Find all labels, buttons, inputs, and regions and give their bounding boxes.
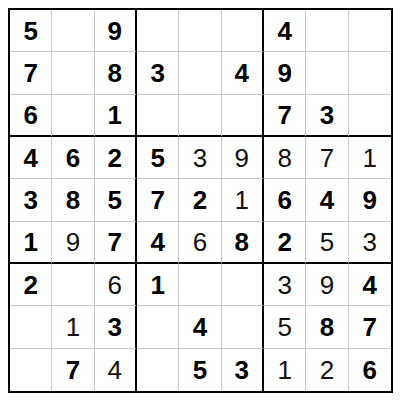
cell-r8c8[interactable]: 8 xyxy=(306,306,348,348)
cell-r4c6[interactable]: 9 xyxy=(222,137,264,179)
cell-r8c1[interactable] xyxy=(10,306,52,348)
cell-r6c6[interactable]: 8 xyxy=(222,222,264,264)
cell-r1c5[interactable] xyxy=(179,10,221,52)
cell-r4c8[interactable]: 7 xyxy=(306,137,348,179)
cell-r3c7[interactable]: 7 xyxy=(264,95,306,137)
cell-r2c3[interactable]: 8 xyxy=(95,52,137,94)
cell-r8c6[interactable] xyxy=(222,306,264,348)
cell-r9c4[interactable] xyxy=(137,349,179,391)
cell-r5c1[interactable]: 3 xyxy=(10,179,52,221)
cell-r2c6[interactable]: 4 xyxy=(222,52,264,94)
cell-r7c2[interactable] xyxy=(52,264,94,306)
cell-r8c5[interactable]: 4 xyxy=(179,306,221,348)
cell-r6c1[interactable]: 1 xyxy=(10,222,52,264)
cell-r5c8[interactable]: 4 xyxy=(306,179,348,221)
cell-r7c7[interactable]: 3 xyxy=(264,264,306,306)
cell-r7c6[interactable] xyxy=(222,264,264,306)
cell-r1c6[interactable] xyxy=(222,10,264,52)
cell-r9c2[interactable]: 7 xyxy=(52,349,94,391)
cell-r9c5[interactable]: 5 xyxy=(179,349,221,391)
cell-r8c3[interactable]: 3 xyxy=(95,306,137,348)
cell-r8c9[interactable]: 7 xyxy=(349,306,391,348)
cell-r2c4[interactable]: 3 xyxy=(137,52,179,94)
cell-r7c8[interactable]: 9 xyxy=(306,264,348,306)
cell-r2c5[interactable] xyxy=(179,52,221,94)
cell-r1c1[interactable]: 5 xyxy=(10,10,52,52)
cell-r7c3[interactable]: 6 xyxy=(95,264,137,306)
cell-r9c9[interactable]: 6 xyxy=(349,349,391,391)
cell-r6c2[interactable]: 9 xyxy=(52,222,94,264)
cell-r2c9[interactable] xyxy=(349,52,391,94)
cell-r5c5[interactable]: 2 xyxy=(179,179,221,221)
cell-r4c9[interactable]: 1 xyxy=(349,137,391,179)
cell-r2c2[interactable] xyxy=(52,52,94,94)
cell-r4c3[interactable]: 2 xyxy=(95,137,137,179)
cell-r5c2[interactable]: 8 xyxy=(52,179,94,221)
cell-r5c7[interactable]: 6 xyxy=(264,179,306,221)
sudoku-board: 5947834961734625398713857216491974682532… xyxy=(8,8,393,393)
cell-r3c6[interactable] xyxy=(222,95,264,137)
cell-r3c9[interactable] xyxy=(349,95,391,137)
cell-r4c4[interactable]: 5 xyxy=(137,137,179,179)
cell-r5c4[interactable]: 7 xyxy=(137,179,179,221)
cell-r1c2[interactable] xyxy=(52,10,94,52)
cell-r8c4[interactable] xyxy=(137,306,179,348)
cell-r2c7[interactable]: 9 xyxy=(264,52,306,94)
cell-r7c9[interactable]: 4 xyxy=(349,264,391,306)
cell-r4c7[interactable]: 8 xyxy=(264,137,306,179)
cell-r8c7[interactable]: 5 xyxy=(264,306,306,348)
cell-r6c5[interactable]: 6 xyxy=(179,222,221,264)
cell-r3c5[interactable] xyxy=(179,95,221,137)
cell-r1c7[interactable]: 4 xyxy=(264,10,306,52)
cell-r1c3[interactable]: 9 xyxy=(95,10,137,52)
cell-r9c7[interactable]: 1 xyxy=(264,349,306,391)
cell-r7c5[interactable] xyxy=(179,264,221,306)
cell-r3c4[interactable] xyxy=(137,95,179,137)
cell-r6c7[interactable]: 2 xyxy=(264,222,306,264)
cell-r5c9[interactable]: 9 xyxy=(349,179,391,221)
cell-r5c6[interactable]: 1 xyxy=(222,179,264,221)
cell-r2c1[interactable]: 7 xyxy=(10,52,52,94)
cell-r7c4[interactable]: 1 xyxy=(137,264,179,306)
cell-r1c9[interactable] xyxy=(349,10,391,52)
cell-r5c3[interactable]: 5 xyxy=(95,179,137,221)
cell-r4c2[interactable]: 6 xyxy=(52,137,94,179)
cell-r6c9[interactable]: 3 xyxy=(349,222,391,264)
cell-r6c4[interactable]: 4 xyxy=(137,222,179,264)
cell-r4c1[interactable]: 4 xyxy=(10,137,52,179)
cell-r8c2[interactable]: 1 xyxy=(52,306,94,348)
cell-r3c3[interactable]: 1 xyxy=(95,95,137,137)
cell-r1c4[interactable] xyxy=(137,10,179,52)
cell-r2c8[interactable] xyxy=(306,52,348,94)
cell-r9c6[interactable]: 3 xyxy=(222,349,264,391)
cell-r6c8[interactable]: 5 xyxy=(306,222,348,264)
cell-r7c1[interactable]: 2 xyxy=(10,264,52,306)
cell-r1c8[interactable] xyxy=(306,10,348,52)
cell-r3c1[interactable]: 6 xyxy=(10,95,52,137)
cell-r9c1[interactable] xyxy=(10,349,52,391)
cell-r3c2[interactable] xyxy=(52,95,94,137)
cell-r3c8[interactable]: 3 xyxy=(306,95,348,137)
cell-r4c5[interactable]: 3 xyxy=(179,137,221,179)
cell-r6c3[interactable]: 7 xyxy=(95,222,137,264)
cell-r9c3[interactable]: 4 xyxy=(95,349,137,391)
cell-r9c8[interactable]: 2 xyxy=(306,349,348,391)
